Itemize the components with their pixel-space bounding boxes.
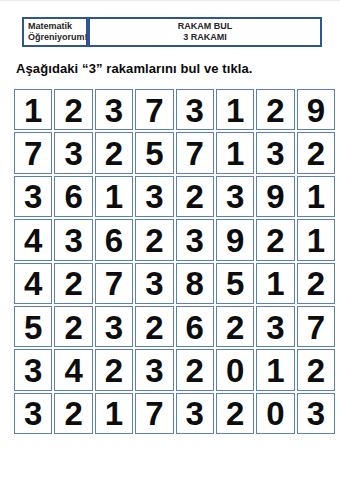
grid-cell-r2c4[interactable]: 5 (135, 132, 173, 173)
grid-cell-r5c6[interactable]: 5 (216, 263, 254, 304)
grid-cell-r5c8[interactable]: 2 (297, 263, 335, 304)
grid-cell-r1c8[interactable]: 9 (297, 89, 335, 130)
grid-cell-r3c5[interactable]: 2 (176, 176, 214, 217)
grid-cell-r6c2[interactable]: 2 (54, 306, 92, 347)
grid-cell-r1c1[interactable]: 1 (14, 89, 52, 130)
brand-badge-line1: Matematik (28, 21, 86, 32)
grid-cell-r4c1[interactable]: 4 (14, 219, 52, 260)
grid-cell-r8c5[interactable]: 3 (176, 393, 214, 434)
worksheet-page: Matematik Öğreniyorum! RAKAM BUL 3 RAKAM… (0, 0, 340, 480)
grid-cell-r1c4[interactable]: 7 (135, 89, 173, 130)
grid-cell-r6c6[interactable]: 2 (216, 306, 254, 347)
grid-cell-r4c5[interactable]: 3 (176, 219, 214, 260)
grid-cell-r8c7[interactable]: 0 (256, 393, 294, 434)
grid-cell-r3c1[interactable]: 3 (14, 176, 52, 217)
grid-cell-r7c5[interactable]: 2 (176, 349, 214, 390)
grid-cell-r8c3[interactable]: 1 (95, 393, 133, 434)
grid-cell-r4c8[interactable]: 1 (297, 219, 335, 260)
grid-cell-r3c7[interactable]: 9 (256, 176, 294, 217)
grid-cell-r7c4[interactable]: 3 (135, 349, 173, 390)
grid-cell-r7c2[interactable]: 4 (54, 349, 92, 390)
grid-cell-r4c3[interactable]: 6 (95, 219, 133, 260)
grid-cell-r8c6[interactable]: 2 (216, 393, 254, 434)
grid-cell-r6c8[interactable]: 7 (297, 306, 335, 347)
grid-cell-r1c7[interactable]: 2 (256, 89, 294, 130)
grid-cell-r6c5[interactable]: 6 (176, 306, 214, 347)
grid-cell-r3c3[interactable]: 1 (95, 176, 133, 217)
grid-cell-r4c2[interactable]: 3 (54, 219, 92, 260)
grid-cell-r8c1[interactable]: 3 (14, 393, 52, 434)
grid-cell-r3c8[interactable]: 1 (297, 176, 335, 217)
grid-cell-r6c1[interactable]: 5 (14, 306, 52, 347)
grid-cell-r2c6[interactable]: 1 (216, 132, 254, 173)
grid-cell-r1c6[interactable]: 1 (216, 89, 254, 130)
grid-cell-r2c2[interactable]: 3 (54, 132, 92, 173)
grid-cell-r1c5[interactable]: 3 (176, 89, 214, 130)
grid-cell-r2c7[interactable]: 3 (256, 132, 294, 173)
grid-cell-r5c2[interactable]: 2 (54, 263, 92, 304)
grid-cell-r3c2[interactable]: 6 (54, 176, 92, 217)
grid-cell-r4c6[interactable]: 9 (216, 219, 254, 260)
grid-cell-r8c2[interactable]: 2 (54, 393, 92, 434)
brand-badge-line2: Öğreniyorum! (28, 32, 86, 43)
grid-cell-r5c3[interactable]: 7 (95, 263, 133, 304)
grid-cell-r8c8[interactable]: 3 (297, 393, 335, 434)
grid-cell-r5c1[interactable]: 4 (14, 263, 52, 304)
grid-cell-r2c3[interactable]: 2 (95, 132, 133, 173)
grid-cell-r7c6[interactable]: 0 (216, 349, 254, 390)
grid-cell-r7c1[interactable]: 3 (14, 349, 52, 390)
brand-badge: Matematik Öğreniyorum! (22, 17, 88, 47)
grid-cell-r6c7[interactable]: 3 (256, 306, 294, 347)
grid-cell-r2c8[interactable]: 2 (297, 132, 335, 173)
title-line1: RAKAM BUL (90, 21, 320, 32)
grid-cell-r2c5[interactable]: 7 (176, 132, 214, 173)
grid-cell-r4c7[interactable]: 2 (256, 219, 294, 260)
instruction-text: Aşağıdaki “3” rakamlarını bul ve tıkla. (16, 61, 253, 76)
digit-grid: 1237312973257132361323914362392142738512… (14, 89, 335, 434)
grid-cell-r7c8[interactable]: 2 (297, 349, 335, 390)
grid-cell-r1c3[interactable]: 3 (95, 89, 133, 130)
grid-cell-r5c5[interactable]: 8 (176, 263, 214, 304)
grid-cell-r2c1[interactable]: 7 (14, 132, 52, 173)
grid-cell-r6c3[interactable]: 3 (95, 306, 133, 347)
grid-cell-r7c3[interactable]: 2 (95, 349, 133, 390)
grid-cell-r5c7[interactable]: 1 (256, 263, 294, 304)
grid-cell-r1c2[interactable]: 2 (54, 89, 92, 130)
grid-cell-r7c7[interactable]: 1 (256, 349, 294, 390)
grid-cell-r4c4[interactable]: 2 (135, 219, 173, 260)
title-line2: 3 RAKAMI (90, 32, 320, 43)
title-box: RAKAM BUL 3 RAKAMI (88, 17, 322, 47)
grid-cell-r3c4[interactable]: 3 (135, 176, 173, 217)
grid-cell-r3c6[interactable]: 3 (216, 176, 254, 217)
grid-cell-r5c4[interactable]: 3 (135, 263, 173, 304)
grid-cell-r6c4[interactable]: 2 (135, 306, 173, 347)
grid-cell-r8c4[interactable]: 7 (135, 393, 173, 434)
